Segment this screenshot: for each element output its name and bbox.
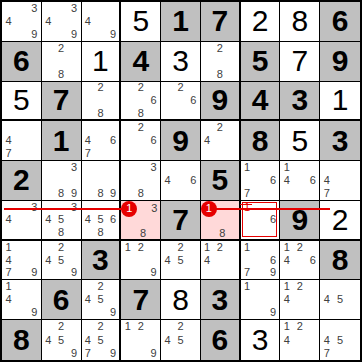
cell-r4c2[interactable]: 1 <box>42 121 82 161</box>
candidate-5: 5 <box>94 333 107 346</box>
solved-digit-1: 1 <box>332 85 349 115</box>
given-digit-4: 4 <box>252 85 269 115</box>
candidate-6: 6 <box>147 134 160 147</box>
candidate-1: 1 <box>280 241 293 254</box>
candidate-4: 4 <box>82 213 95 226</box>
cell-r3c7[interactable]: 4 <box>241 82 281 122</box>
pencil-marks: 349 <box>2 2 41 41</box>
cell-r9c4[interactable]: 129 <box>121 320 161 360</box>
candidate-5: 5 <box>174 254 187 267</box>
cell-r7c5[interactable]: 245 <box>161 241 201 281</box>
solved-digit-1: 1 <box>92 46 109 76</box>
cell-r5c4[interactable]: 38 <box>121 161 161 201</box>
pencil-marks: 124 <box>201 241 239 280</box>
eliminated-candidate-1: 1 <box>241 201 254 214</box>
cell-r3c6[interactable]: 9 <box>201 82 241 122</box>
candidate-1: 1 <box>241 280 254 293</box>
pencil-marks: 149 <box>2 280 41 319</box>
candidate-7: 7 <box>320 187 333 200</box>
candidate-4: 4 <box>42 15 55 28</box>
candidate-3: 3 <box>147 161 160 174</box>
given-digit-1: 1 <box>172 6 189 36</box>
cell-r6c4[interactable]: 138 <box>121 201 161 241</box>
pencil-marks: 49 <box>82 2 120 41</box>
candidate-4: 4 <box>2 15 15 28</box>
given-digit-3: 3 <box>332 126 349 156</box>
cell-r4c7[interactable]: 8 <box>241 121 281 161</box>
candidate-9: 9 <box>147 267 160 280</box>
cell-r8c4[interactable]: 7 <box>121 280 161 320</box>
pencil-marks: 46 <box>161 161 200 200</box>
candidate-9: 9 <box>267 306 280 319</box>
cell-r3c1[interactable]: 5 <box>2 82 42 122</box>
candidate-5: 5 <box>333 293 346 306</box>
cell-r9c5[interactable]: 245 <box>161 320 201 360</box>
cell-r3c9[interactable]: 1 <box>320 82 360 122</box>
candidate-4: 4 <box>2 213 15 226</box>
candidate-7: 7 <box>82 147 95 160</box>
candidate-2: 2 <box>293 280 306 293</box>
candidate-1: 1 <box>121 241 134 254</box>
cell-r2c7[interactable]: 5 <box>241 42 281 82</box>
candidate-4: 4 <box>2 254 15 267</box>
candidate-9: 9 <box>68 267 81 280</box>
candidate-6: 6 <box>107 213 120 226</box>
pencil-marks: 28 <box>42 42 81 81</box>
candidate-8: 8 <box>134 187 147 200</box>
candidate-9: 9 <box>107 187 120 200</box>
cell-r9c6[interactable]: 6 <box>201 320 241 360</box>
candidate-4: 4 <box>280 293 293 306</box>
candidate-4: 4 <box>82 15 95 28</box>
candidate-5: 5 <box>333 333 346 346</box>
candidate-9: 9 <box>107 28 120 41</box>
candidate-4: 4 <box>42 213 55 226</box>
candidate-9: 9 <box>28 306 41 319</box>
cell-r9c2[interactable]: 2459 <box>42 320 82 360</box>
pencil-marks: 124 <box>280 320 319 360</box>
candidate-4: 4 <box>161 174 174 187</box>
pencil-marks: 38 <box>121 161 160 200</box>
candidate-2: 2 <box>94 82 107 95</box>
candidate-4: 4 <box>320 293 333 306</box>
cell-r7c1[interactable]: 1479 <box>2 241 42 281</box>
candidate-4: 4 <box>280 333 293 346</box>
given-digit-7: 7 <box>211 6 228 36</box>
cell-r1c8[interactable]: 8 <box>280 2 320 42</box>
pencil-marks: 245 <box>161 320 200 360</box>
candidate-2: 2 <box>134 82 147 95</box>
candidate-5: 5 <box>55 254 68 267</box>
given-digit-6: 6 <box>13 46 30 76</box>
given-digit-5: 5 <box>252 46 269 76</box>
cell-r8c3[interactable]: 2459 <box>82 280 122 320</box>
cell-r4c6[interactable]: 24 <box>201 121 241 161</box>
cell-r6c5[interactable]: 7 <box>161 201 201 241</box>
candidate-6: 6 <box>306 174 319 187</box>
pencil-marks: 4568 <box>82 201 120 239</box>
candidate-3: 3 <box>28 2 41 15</box>
candidate-9: 9 <box>28 267 41 280</box>
given-digit-7: 7 <box>132 285 149 315</box>
cell-r3c2[interactable]: 7 <box>42 82 82 122</box>
cell-r7c9[interactable]: 8 <box>320 241 360 281</box>
candidate-8: 8 <box>217 228 228 239</box>
candidate-8: 8 <box>55 226 68 239</box>
pencil-marks: 245 <box>161 241 200 280</box>
given-digit-1: 1 <box>53 126 70 156</box>
candidate-1: 1 <box>2 241 15 254</box>
candidate-4: 4 <box>320 174 333 187</box>
pencil-marks: 47 <box>320 161 360 200</box>
given-digit-5: 5 <box>211 165 228 195</box>
cell-r1c3[interactable]: 49 <box>82 2 122 42</box>
pencil-marks: 89 <box>82 161 120 200</box>
candidate-9: 9 <box>68 28 81 41</box>
cell-r2c4[interactable]: 4 <box>121 42 161 82</box>
pencil-marks: 47 <box>2 121 41 160</box>
solved-digit-5: 5 <box>291 126 308 156</box>
given-digit-8: 8 <box>332 245 349 275</box>
cell-r2c5[interactable]: 3 <box>161 42 201 82</box>
given-digit-3: 3 <box>211 285 228 315</box>
cell-r6c7[interactable]: 16 <box>241 201 281 241</box>
solved-digit-8: 8 <box>291 6 308 36</box>
candidate-4: 4 <box>82 134 95 147</box>
candidate-2: 2 <box>213 42 226 55</box>
cell-r3c4[interactable]: 268 <box>121 82 161 122</box>
candidate-2: 2 <box>174 82 187 95</box>
pencil-marks: 1246 <box>280 241 319 280</box>
cell-r7c2[interactable]: 2459 <box>42 241 82 281</box>
candidate-2: 2 <box>55 42 68 55</box>
given-digit-9: 9 <box>211 85 228 115</box>
cell-r6c1[interactable]: 34 <box>2 201 42 241</box>
candidate-1: 1 <box>280 161 293 174</box>
candidate-7: 7 <box>2 267 15 280</box>
cell-r9c8[interactable]: 124 <box>280 320 320 360</box>
cell-r6c2[interactable]: 3458 <box>42 201 82 241</box>
candidate-7: 7 <box>82 347 95 360</box>
candidate-9: 9 <box>68 347 81 360</box>
cell-r1c7[interactable]: 2 <box>241 2 281 42</box>
candidate-1: 1 <box>121 320 134 333</box>
candidate-1: 1 <box>241 161 254 174</box>
cell-r9c1[interactable]: 8 <box>2 320 42 360</box>
candidate-7: 7 <box>241 187 254 200</box>
candidate-3: 3 <box>68 2 81 15</box>
candidate-2: 2 <box>213 241 226 254</box>
cell-r4c1[interactable]: 47 <box>2 121 42 161</box>
cell-r1c1[interactable]: 349 <box>2 2 42 42</box>
cell-r1c6[interactable]: 7 <box>201 2 241 42</box>
cell-r7c3[interactable]: 3 <box>82 241 122 281</box>
given-digit-2: 2 <box>13 165 30 195</box>
candidate-9: 9 <box>267 267 280 280</box>
candidate-6: 6 <box>267 213 280 226</box>
cell-r5c2[interactable]: 389 <box>42 161 82 201</box>
cell-r7c7[interactable]: 1679 <box>241 241 281 281</box>
candidate-8: 8 <box>134 107 147 120</box>
cell-r7c6[interactable]: 124 <box>201 241 241 281</box>
candidate-2: 2 <box>94 320 107 333</box>
candidate-2: 2 <box>174 241 187 254</box>
cell-r4c9[interactable]: 3 <box>320 121 360 161</box>
cell-r2c3[interactable]: 1 <box>82 42 122 82</box>
candidate-7: 7 <box>320 347 333 360</box>
cell-r1c5[interactable]: 1 <box>161 2 201 42</box>
cell-r1c2[interactable]: 349 <box>42 2 82 42</box>
candidate-2: 2 <box>293 241 306 254</box>
candidate-4: 4 <box>201 134 214 147</box>
candidate-3: 3 <box>28 201 41 214</box>
solved-digit-2: 2 <box>332 205 349 235</box>
given-digit-9: 9 <box>291 205 308 235</box>
candidate-5: 5 <box>55 213 68 226</box>
cell-r6c9[interactable]: 2 <box>320 201 360 241</box>
cell-r2c2[interactable]: 28 <box>42 42 82 82</box>
candidate-8: 8 <box>94 107 107 120</box>
candidate-3: 3 <box>149 201 160 217</box>
candidate-4: 4 <box>2 134 15 147</box>
cell-r3c3[interactable]: 28 <box>82 82 122 122</box>
cell-r9c9[interactable]: 457 <box>320 320 360 360</box>
cell-r8c6[interactable]: 3 <box>201 280 241 320</box>
candidate-5: 5 <box>174 333 187 346</box>
given-digit-4: 4 <box>132 46 149 76</box>
candidate-7: 7 <box>2 147 15 160</box>
candidate-4: 4 <box>280 254 293 267</box>
candidate-2: 2 <box>94 280 107 293</box>
pencil-marks: 1679 <box>241 241 280 280</box>
candidate-4: 4 <box>82 293 95 306</box>
candidate-1: 1 <box>280 280 293 293</box>
cell-r5c9[interactable]: 47 <box>320 161 360 201</box>
candidate-2: 2 <box>55 241 68 254</box>
pencil-marks: 24579 <box>82 320 120 360</box>
cell-r5c8[interactable]: 146 <box>280 161 320 201</box>
candidate-9: 9 <box>68 187 81 200</box>
cell-r2c9[interactable]: 9 <box>320 42 360 82</box>
pencil-marks: 24 <box>201 121 239 160</box>
pencil-marks: 2459 <box>82 280 120 319</box>
pencil-marks: 124 <box>280 280 319 319</box>
candidate-6: 6 <box>147 94 160 107</box>
given-digit-6: 6 <box>211 325 228 355</box>
candidate-8: 8 <box>55 68 68 81</box>
candidate-9: 9 <box>147 347 160 360</box>
candidate-5: 5 <box>94 293 107 306</box>
candidate-4: 4 <box>2 293 15 306</box>
candidate-9: 9 <box>107 306 120 319</box>
solved-digit-5: 5 <box>132 6 149 36</box>
pencil-marks: 18 <box>201 201 239 239</box>
cell-r1c4[interactable]: 5 <box>121 2 161 42</box>
candidate-4: 4 <box>161 333 174 346</box>
cell-r8c7[interactable]: 19 <box>241 280 281 320</box>
candidate-4: 4 <box>320 333 333 346</box>
pencil-marks: 28 <box>82 82 120 120</box>
cell-r1c9[interactable]: 6 <box>320 2 360 42</box>
candidate-2: 2 <box>134 241 147 254</box>
pencil-marks: 2459 <box>42 320 81 360</box>
cell-r4c5[interactable]: 9 <box>161 121 201 161</box>
cell-r9c7[interactable]: 3 <box>241 320 281 360</box>
candidate-4: 4 <box>161 254 174 267</box>
given-digit-7: 7 <box>53 85 70 115</box>
pencil-marks: 34 <box>2 201 41 239</box>
pencil-marks: 349 <box>42 2 81 41</box>
candidate-8: 8 <box>213 68 226 81</box>
candidate-5: 5 <box>55 333 68 346</box>
cell-r8c5[interactable]: 8 <box>161 280 201 320</box>
cell-r2c8[interactable]: 7 <box>280 42 320 82</box>
candidate-1: 1 <box>241 241 254 254</box>
candidate-4: 4 <box>201 254 214 267</box>
cell-r3c5[interactable]: 26 <box>161 82 201 122</box>
cell-r6c3[interactable]: 4568 <box>82 201 122 241</box>
candidate-4: 4 <box>280 174 293 187</box>
candidate-6: 6 <box>267 254 280 267</box>
cell-r2c1[interactable]: 6 <box>2 42 42 82</box>
candidate-4: 4 <box>82 333 95 346</box>
candidate-6: 6 <box>306 254 319 267</box>
candidate-2: 2 <box>55 320 68 333</box>
pencil-marks: 16 <box>241 201 280 239</box>
sudoku-board: 3493494951728662814328579572826826943147… <box>0 0 362 362</box>
pencil-marks: 26 <box>121 121 160 160</box>
candidate-3: 3 <box>68 201 81 214</box>
candidate-1: 1 <box>280 320 293 333</box>
cell-r8c2[interactable]: 6 <box>42 280 82 320</box>
candidate-9: 9 <box>28 28 41 41</box>
pencil-marks: 268 <box>121 82 160 120</box>
cell-r4c8[interactable]: 5 <box>280 121 320 161</box>
candidate-8: 8 <box>94 226 107 239</box>
candidate-6: 6 <box>187 174 200 187</box>
cell-r3c8[interactable]: 3 <box>280 82 320 122</box>
candidate-8: 8 <box>94 187 107 200</box>
cell-r5c1[interactable]: 2 <box>2 161 42 201</box>
candidate-6: 6 <box>267 174 280 187</box>
cell-r6c8[interactable]: 9 <box>280 201 320 241</box>
pencil-marks: 129 <box>121 320 160 360</box>
solved-digit-7: 7 <box>291 46 308 76</box>
pencil-marks: 19 <box>241 280 280 319</box>
solved-digit-5: 5 <box>13 85 30 115</box>
pencil-marks: 3458 <box>42 201 81 239</box>
cell-r5c6[interactable]: 5 <box>201 161 241 201</box>
pencil-marks: 28 <box>201 42 239 81</box>
cell-r4c3[interactable]: 467 <box>82 121 122 161</box>
pencil-marks: 2459 <box>42 241 81 280</box>
pencil-marks: 138 <box>121 201 160 239</box>
candidate-4: 4 <box>42 333 55 346</box>
solved-digit-3: 3 <box>252 325 269 355</box>
candidate-1: 1 <box>2 280 15 293</box>
pencil-marks: 167 <box>241 161 280 200</box>
given-digit-6: 6 <box>332 6 349 36</box>
given-digit-3: 3 <box>92 245 109 275</box>
given-digit-3: 3 <box>291 85 308 115</box>
pencil-marks: 146 <box>280 161 319 200</box>
candidate-2: 2 <box>174 320 187 333</box>
chain-circled-candidate-1: 1 <box>121 201 137 217</box>
candidate-8: 8 <box>55 187 68 200</box>
given-digit-7: 7 <box>172 205 189 235</box>
cell-r5c3[interactable]: 89 <box>82 161 122 201</box>
cell-r8c9[interactable]: 45 <box>320 280 360 320</box>
cell-r7c8[interactable]: 1246 <box>280 241 320 281</box>
cell-r7c4[interactable]: 129 <box>121 241 161 281</box>
cell-r5c5[interactable]: 46 <box>161 161 201 201</box>
pencil-marks: 457 <box>320 320 360 360</box>
candidate-4: 4 <box>42 254 55 267</box>
candidate-6: 6 <box>107 134 120 147</box>
pencil-marks: 129 <box>121 241 160 280</box>
given-digit-9: 9 <box>332 46 349 76</box>
candidate-2: 2 <box>134 121 147 134</box>
given-digit-8: 8 <box>252 126 269 156</box>
pencil-marks: 26 <box>161 82 200 120</box>
solved-digit-3: 3 <box>172 46 189 76</box>
candidate-7: 7 <box>241 267 254 280</box>
chain-circled-candidate-1: 1 <box>201 201 217 217</box>
candidate-2: 2 <box>293 320 306 333</box>
cell-r6c6[interactable]: 18 <box>201 201 241 241</box>
candidate-3: 3 <box>68 161 81 174</box>
candidate-6: 6 <box>187 94 200 107</box>
given-digit-8: 8 <box>13 325 30 355</box>
given-digit-9: 9 <box>172 126 189 156</box>
candidate-9: 9 <box>107 347 120 360</box>
candidate-8: 8 <box>137 228 148 239</box>
cell-r2c6[interactable]: 28 <box>201 42 241 82</box>
pencil-marks: 389 <box>42 161 81 200</box>
candidate-1: 1 <box>201 241 214 254</box>
given-digit-6: 6 <box>53 285 70 315</box>
pencil-marks: 1479 <box>2 241 41 280</box>
cell-r8c1[interactable]: 149 <box>2 280 42 320</box>
candidate-5: 5 <box>94 213 107 226</box>
cell-r8c8[interactable]: 124 <box>280 280 320 320</box>
candidate-2: 2 <box>134 320 147 333</box>
solved-digit-8: 8 <box>172 285 189 315</box>
candidate-2: 2 <box>213 121 226 134</box>
pencil-marks: 467 <box>82 121 120 160</box>
pencil-marks: 45 <box>320 280 360 319</box>
solved-digit-2: 2 <box>252 6 269 36</box>
cell-r4c4[interactable]: 26 <box>121 121 161 161</box>
cell-r9c3[interactable]: 24579 <box>82 320 122 360</box>
cell-r5c7[interactable]: 167 <box>241 161 281 201</box>
